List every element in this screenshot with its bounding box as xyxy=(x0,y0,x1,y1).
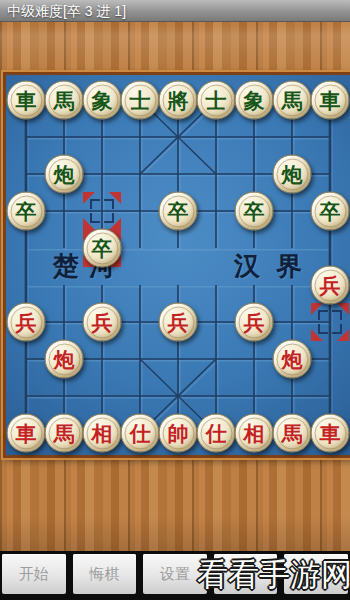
board-piece-black-cannon[interactable]: 炮 xyxy=(273,155,312,194)
piece-glyph: 兵 xyxy=(92,312,113,333)
board-piece-black-general[interactable]: 將 xyxy=(159,81,198,120)
board-piece-black-advisor[interactable]: 士 xyxy=(121,81,160,120)
board-piece-black-elephant[interactable]: 象 xyxy=(83,81,122,120)
board-piece-red-general[interactable]: 帥 xyxy=(159,414,198,453)
piece-glyph: 馬 xyxy=(54,90,75,111)
title-bar: 中级难度[卒 3 进 1] xyxy=(0,0,350,22)
board-piece-red-soldier[interactable]: 兵 xyxy=(311,266,350,305)
piece-glyph: 象 xyxy=(244,90,265,111)
piece-glyph: 兵 xyxy=(16,312,37,333)
board-piece-red-elephant[interactable]: 相 xyxy=(235,414,274,453)
piece-glyph: 士 xyxy=(206,90,227,111)
piece-glyph: 兵 xyxy=(168,312,189,333)
piece-glyph: 卒 xyxy=(168,201,189,222)
board-piece-red-elephant[interactable]: 相 xyxy=(83,414,122,453)
board-piece-black-chariot[interactable]: 車 xyxy=(7,81,46,120)
xiangqi-board[interactable]: 楚河 汉界 車馬象士將士象馬車炮炮卒卒卒卒卒兵兵兵兵兵炮炮車馬相仕帥仕相馬車 xyxy=(3,72,350,458)
board-piece-red-soldier[interactable]: 兵 xyxy=(7,303,46,342)
piece-glyph: 仕 xyxy=(206,423,227,444)
board-piece-black-elephant[interactable]: 象 xyxy=(235,81,274,120)
board-piece-red-advisor[interactable]: 仕 xyxy=(197,414,236,453)
piece-glyph: 車 xyxy=(16,90,37,111)
piece-glyph: 炮 xyxy=(282,164,303,185)
board-piece-red-horse[interactable]: 馬 xyxy=(273,414,312,453)
piece-glyph: 馬 xyxy=(282,423,303,444)
toolbar-button-4[interactable] xyxy=(214,554,278,594)
toolbar-button-5[interactable] xyxy=(284,554,348,594)
piece-glyph: 卒 xyxy=(320,201,341,222)
board-piece-red-soldier[interactable]: 兵 xyxy=(235,303,274,342)
app-screen: 中级难度[卒 3 进 1] 楚河 汉界 車馬象士將士象馬車炮炮卒 xyxy=(0,0,350,600)
board-piece-black-soldier[interactable]: 卒 xyxy=(159,192,198,231)
piece-glyph: 士 xyxy=(130,90,151,111)
board-piece-black-chariot[interactable]: 車 xyxy=(311,81,350,120)
start-button[interactable]: 开始 xyxy=(2,554,66,594)
piece-glyph: 相 xyxy=(244,423,265,444)
board-piece-black-soldier[interactable]: 卒 xyxy=(83,229,122,268)
board-piece-black-soldier[interactable]: 卒 xyxy=(7,192,46,231)
piece-glyph: 馬 xyxy=(282,90,303,111)
undo-button[interactable]: 悔棋 xyxy=(73,554,137,594)
board-piece-black-advisor[interactable]: 士 xyxy=(197,81,236,120)
piece-glyph: 仕 xyxy=(130,423,151,444)
piece-glyph: 象 xyxy=(92,90,113,111)
piece-glyph: 帥 xyxy=(168,423,189,444)
piece-glyph: 車 xyxy=(320,423,341,444)
board-piece-red-chariot[interactable]: 車 xyxy=(311,414,350,453)
piece-glyph: 將 xyxy=(168,90,189,111)
board-piece-red-advisor[interactable]: 仕 xyxy=(121,414,160,453)
board-piece-red-chariot[interactable]: 車 xyxy=(7,414,46,453)
board-piece-red-cannon[interactable]: 炮 xyxy=(45,340,84,379)
piece-glyph: 炮 xyxy=(54,164,75,185)
board-grid xyxy=(6,75,350,455)
piece-glyph: 馬 xyxy=(54,423,75,444)
piece-glyph: 炮 xyxy=(282,349,303,370)
toolbar: 开始 悔棋 设置 xyxy=(0,551,350,600)
piece-glyph: 兵 xyxy=(244,312,265,333)
board-piece-red-soldier[interactable]: 兵 xyxy=(159,303,198,342)
piece-glyph: 炮 xyxy=(54,349,75,370)
board-piece-black-horse[interactable]: 馬 xyxy=(273,81,312,120)
piece-glyph: 卒 xyxy=(92,238,113,259)
settings-button[interactable]: 设置 xyxy=(143,554,207,594)
piece-glyph: 卒 xyxy=(244,201,265,222)
board-piece-black-horse[interactable]: 馬 xyxy=(45,81,84,120)
board-piece-black-cannon[interactable]: 炮 xyxy=(45,155,84,194)
piece-glyph: 兵 xyxy=(320,275,341,296)
piece-glyph: 卒 xyxy=(16,201,37,222)
piece-glyph: 車 xyxy=(16,423,37,444)
board-piece-black-soldier[interactable]: 卒 xyxy=(311,192,350,231)
piece-glyph: 車 xyxy=(320,90,341,111)
piece-glyph: 相 xyxy=(92,423,113,444)
title-text: 中级难度[卒 3 进 1] xyxy=(7,3,126,19)
board-piece-red-horse[interactable]: 馬 xyxy=(45,414,84,453)
board-piece-red-cannon[interactable]: 炮 xyxy=(273,340,312,379)
board-piece-red-soldier[interactable]: 兵 xyxy=(83,303,122,342)
board-piece-black-soldier[interactable]: 卒 xyxy=(235,192,274,231)
